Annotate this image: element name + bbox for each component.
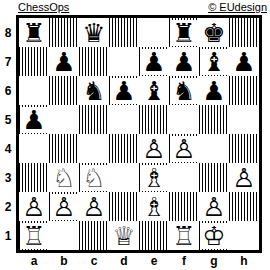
square-h2[interactable]	[229, 192, 259, 221]
square-f4[interactable]: ♙	[169, 134, 199, 163]
square-h8[interactable]	[229, 18, 259, 47]
rank-label-5: 5	[0, 105, 16, 134]
square-h6[interactable]	[229, 76, 259, 105]
square-e1[interactable]	[139, 221, 169, 250]
square-c5[interactable]	[79, 105, 109, 134]
square-g3[interactable]	[199, 163, 229, 192]
chess-board: ♜♛♜♚♟♟♟♝♟♞♟♝♞♟♟♙♙♘♘♗♙♙♙♙♗♙♖♕♖♔	[16, 15, 262, 253]
square-b2[interactable]: ♙	[49, 192, 79, 221]
piece-wR-a1[interactable]: ♖	[21, 223, 46, 249]
piece-bP-d6[interactable]: ♟	[111, 78, 136, 104]
square-d2[interactable]	[109, 192, 139, 221]
piece-wP-f4[interactable]: ♙	[171, 136, 196, 162]
square-b8[interactable]	[49, 18, 79, 47]
piece-wP-g2[interactable]: ♙	[202, 194, 225, 220]
piece-bN-c6[interactable]: ♞	[82, 78, 105, 104]
square-f8[interactable]: ♜	[169, 18, 199, 47]
piece-bK-g8[interactable]: ♚	[202, 20, 225, 46]
square-f5[interactable]	[169, 105, 199, 134]
rank-label-6: 6	[0, 76, 16, 105]
square-e5[interactable]	[139, 105, 169, 134]
square-b7[interactable]: ♟	[49, 47, 79, 76]
square-c7[interactable]	[79, 47, 109, 76]
square-f7[interactable]: ♟	[169, 47, 199, 76]
square-g5[interactable]	[199, 105, 229, 134]
piece-wP-c2[interactable]: ♙	[82, 194, 105, 220]
square-h7[interactable]: ♟	[229, 47, 259, 76]
square-e7[interactable]: ♟	[139, 47, 169, 76]
chessops-window: ChessOps © EUdesign 87654321 ♜♛♜♚♟♟♟♝♟♞♟…	[0, 0, 270, 270]
square-f3[interactable]	[169, 163, 199, 192]
piece-bR-f8[interactable]: ♜	[171, 20, 196, 46]
square-g4[interactable]	[199, 134, 229, 163]
rank-label-1: 1	[0, 221, 16, 250]
square-a3[interactable]	[19, 163, 49, 192]
square-g7[interactable]: ♝	[199, 47, 229, 76]
piece-wP-e4[interactable]: ♙	[142, 136, 165, 162]
rank-label-7: 7	[0, 47, 16, 76]
square-h5[interactable]	[229, 105, 259, 134]
piece-bP-e7[interactable]: ♟	[141, 49, 166, 75]
square-a6[interactable]	[19, 76, 49, 105]
rank-labels: 87654321	[0, 18, 16, 250]
square-a8[interactable]: ♜	[19, 18, 49, 47]
square-g6[interactable]: ♟	[199, 76, 229, 105]
square-f6[interactable]: ♞	[169, 76, 199, 105]
piece-wP-h3[interactable]: ♙	[232, 165, 255, 191]
file-labels: abcdefgh	[19, 253, 259, 268]
square-d3[interactable]	[109, 163, 139, 192]
piece-wR-f1[interactable]: ♖	[172, 223, 195, 249]
square-h4[interactable]	[229, 134, 259, 163]
square-d7[interactable]	[109, 47, 139, 76]
square-b6[interactable]	[49, 76, 79, 105]
piece-bN-f6[interactable]: ♞	[171, 78, 196, 104]
piece-bP-b7[interactable]: ♟	[52, 49, 75, 75]
square-f1[interactable]: ♖	[169, 221, 199, 250]
file-label-b: b	[49, 253, 79, 268]
square-d4[interactable]	[109, 134, 139, 163]
square-e4[interactable]: ♙	[139, 134, 169, 163]
square-e3[interactable]: ♗	[139, 163, 169, 192]
piece-bR-a8[interactable]: ♜	[22, 20, 45, 46]
file-label-g: g	[199, 253, 229, 268]
app-title-link[interactable]: ChessOps	[18, 1, 69, 14]
file-label-e: e	[139, 253, 169, 268]
square-c8[interactable]: ♛	[79, 18, 109, 47]
square-d5[interactable]	[109, 105, 139, 134]
square-e8[interactable]	[139, 18, 169, 47]
square-d6[interactable]: ♟	[109, 76, 139, 105]
square-c1[interactable]	[79, 221, 109, 250]
square-d8[interactable]	[109, 18, 139, 47]
piece-wN-c3[interactable]: ♘	[81, 165, 106, 191]
copyright-link[interactable]: © EUdesign	[208, 1, 267, 14]
square-f2[interactable]	[169, 192, 199, 221]
piece-wB-e3[interactable]: ♗	[141, 165, 166, 191]
square-g8[interactable]: ♚	[199, 18, 229, 47]
file-label-h: h	[229, 253, 259, 268]
square-c3[interactable]: ♘	[79, 163, 109, 192]
piece-wP-b2[interactable]: ♙	[51, 194, 76, 220]
piece-bB-g7[interactable]: ♝	[201, 49, 226, 75]
piece-bP-a5[interactable]: ♟	[21, 107, 46, 133]
square-a2[interactable]: ♙	[19, 192, 49, 221]
piece-bP-g6[interactable]: ♟	[202, 78, 225, 104]
square-g1[interactable]: ♔	[199, 221, 229, 250]
piece-wP-a2[interactable]: ♙	[22, 194, 45, 220]
square-b4[interactable]	[49, 134, 79, 163]
square-h1[interactable]	[229, 221, 259, 250]
rank-label-4: 4	[0, 134, 16, 163]
square-b3[interactable]: ♘	[49, 163, 79, 192]
header-bar: ChessOps © EUdesign	[0, 0, 270, 15]
piece-bP-h7[interactable]: ♟	[232, 49, 255, 75]
square-h3[interactable]: ♙	[229, 163, 259, 192]
file-label-c: c	[79, 253, 109, 268]
square-b1[interactable]	[49, 221, 79, 250]
square-e6[interactable]: ♝	[139, 76, 169, 105]
square-a1[interactable]: ♖	[19, 221, 49, 250]
square-b5[interactable]	[49, 105, 79, 134]
rank-label-3: 3	[0, 163, 16, 192]
piece-wQ-d1[interactable]: ♕	[112, 223, 135, 249]
piece-bP-f7[interactable]: ♟	[172, 49, 195, 75]
square-e2[interactable]: ♗	[139, 192, 169, 221]
file-label-a: a	[19, 253, 49, 268]
square-c4[interactable]	[79, 134, 109, 163]
piece-bB-e6[interactable]: ♝	[142, 78, 165, 104]
square-g2[interactable]: ♙	[199, 192, 229, 221]
piece-wN-b3[interactable]: ♘	[52, 165, 75, 191]
square-a4[interactable]	[19, 134, 49, 163]
file-label-d: d	[109, 253, 139, 268]
square-a5[interactable]: ♟	[19, 105, 49, 134]
square-a7[interactable]	[19, 47, 49, 76]
rank-label-2: 2	[0, 192, 16, 221]
piece-wB-e2[interactable]: ♗	[142, 194, 165, 220]
square-c2[interactable]: ♙	[79, 192, 109, 221]
rank-label-8: 8	[0, 18, 16, 47]
piece-bQ-c8[interactable]: ♛	[82, 20, 105, 46]
square-c6[interactable]: ♞	[79, 76, 109, 105]
square-d1[interactable]: ♕	[109, 221, 139, 250]
piece-wK-g1[interactable]: ♔	[201, 223, 226, 249]
file-label-f: f	[169, 253, 199, 268]
